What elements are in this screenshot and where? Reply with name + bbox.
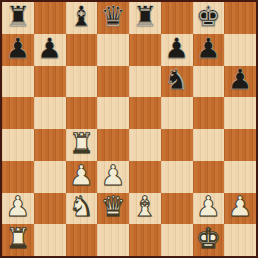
square-c5[interactable]: [66, 97, 98, 129]
square-g6[interactable]: [193, 66, 225, 98]
square-h4[interactable]: [224, 129, 256, 161]
white-pawn-d3[interactable]: ♟: [101, 162, 126, 190]
square-d8[interactable]: ♛: [97, 2, 129, 34]
square-d1[interactable]: [97, 224, 129, 256]
square-b1[interactable]: [34, 224, 66, 256]
square-c8[interactable]: ♝: [66, 2, 98, 34]
square-c4[interactable]: ♜: [66, 129, 98, 161]
square-d4[interactable]: [97, 129, 129, 161]
square-b4[interactable]: [34, 129, 66, 161]
square-g3[interactable]: [193, 161, 225, 193]
black-queen-d8[interactable]: ♛: [101, 3, 126, 31]
square-h8[interactable]: [224, 2, 256, 34]
square-h6[interactable]: ♟: [224, 66, 256, 98]
black-pawn-g7[interactable]: ♟: [196, 35, 221, 63]
square-c1[interactable]: [66, 224, 98, 256]
white-knight-c2[interactable]: ♞: [69, 193, 94, 221]
white-king-g1[interactable]: ♚: [196, 225, 221, 253]
white-bishop-e2[interactable]: ♝: [132, 193, 157, 221]
black-pawn-b7[interactable]: ♟: [37, 35, 62, 63]
square-h5[interactable]: [224, 97, 256, 129]
square-b5[interactable]: [34, 97, 66, 129]
black-pawn-a7[interactable]: ♟: [5, 35, 30, 63]
square-a7[interactable]: ♟: [2, 34, 34, 66]
square-a1[interactable]: ♜: [2, 224, 34, 256]
square-e1[interactable]: [129, 224, 161, 256]
square-f6[interactable]: ♞: [161, 66, 193, 98]
square-e5[interactable]: [129, 97, 161, 129]
black-pawn-h6[interactable]: ♟: [228, 66, 253, 94]
square-c7[interactable]: [66, 34, 98, 66]
chess-board: ♜♝♛♜♚♟♟♟♟♞♟♜♟♟♟♞♛♝♟♟♜♚: [2, 2, 256, 256]
square-a8[interactable]: ♜: [2, 2, 34, 34]
square-c6[interactable]: [66, 66, 98, 98]
square-b6[interactable]: [34, 66, 66, 98]
square-e4[interactable]: [129, 129, 161, 161]
square-d2[interactable]: ♛: [97, 193, 129, 225]
white-pawn-g2[interactable]: ♟: [196, 193, 221, 221]
black-knight-f6[interactable]: ♞: [164, 66, 189, 94]
black-king-g8[interactable]: ♚: [196, 3, 221, 31]
square-c3[interactable]: ♟: [66, 161, 98, 193]
chess-board-frame: ♜♝♛♜♚♟♟♟♟♞♟♜♟♟♟♞♛♝♟♟♜♚: [0, 0, 258, 258]
square-e7[interactable]: [129, 34, 161, 66]
white-pawn-h2[interactable]: ♟: [228, 193, 253, 221]
white-pawn-a2[interactable]: ♟: [5, 193, 30, 221]
white-pawn-c3[interactable]: ♟: [69, 162, 94, 190]
white-queen-d2[interactable]: ♛: [101, 193, 126, 221]
square-g2[interactable]: ♟: [193, 193, 225, 225]
square-b2[interactable]: [34, 193, 66, 225]
square-g4[interactable]: [193, 129, 225, 161]
white-rook-c4[interactable]: ♜: [69, 130, 94, 158]
square-g1[interactable]: ♚: [193, 224, 225, 256]
square-a4[interactable]: [2, 129, 34, 161]
square-f3[interactable]: [161, 161, 193, 193]
square-g7[interactable]: ♟: [193, 34, 225, 66]
square-g5[interactable]: [193, 97, 225, 129]
square-h3[interactable]: [224, 161, 256, 193]
square-f5[interactable]: [161, 97, 193, 129]
square-f7[interactable]: ♟: [161, 34, 193, 66]
square-c2[interactable]: ♞: [66, 193, 98, 225]
black-rook-a8[interactable]: ♜: [5, 3, 30, 31]
black-bishop-c8[interactable]: ♝: [69, 3, 94, 31]
black-rook-e8[interactable]: ♜: [132, 3, 157, 31]
square-b7[interactable]: ♟: [34, 34, 66, 66]
square-f1[interactable]: [161, 224, 193, 256]
square-f4[interactable]: [161, 129, 193, 161]
square-f2[interactable]: [161, 193, 193, 225]
square-a3[interactable]: [2, 161, 34, 193]
square-e8[interactable]: ♜: [129, 2, 161, 34]
square-d5[interactable]: [97, 97, 129, 129]
black-pawn-f7[interactable]: ♟: [164, 35, 189, 63]
square-e3[interactable]: [129, 161, 161, 193]
square-h2[interactable]: ♟: [224, 193, 256, 225]
square-a5[interactable]: [2, 97, 34, 129]
square-d7[interactable]: [97, 34, 129, 66]
square-f8[interactable]: [161, 2, 193, 34]
square-a6[interactable]: [2, 66, 34, 98]
square-e2[interactable]: ♝: [129, 193, 161, 225]
square-d3[interactable]: ♟: [97, 161, 129, 193]
white-rook-a1[interactable]: ♜: [5, 225, 30, 253]
square-h7[interactable]: [224, 34, 256, 66]
square-e6[interactable]: [129, 66, 161, 98]
square-b3[interactable]: [34, 161, 66, 193]
square-g8[interactable]: ♚: [193, 2, 225, 34]
square-b8[interactable]: [34, 2, 66, 34]
square-a2[interactable]: ♟: [2, 193, 34, 225]
square-d6[interactable]: [97, 66, 129, 98]
square-h1[interactable]: [224, 224, 256, 256]
